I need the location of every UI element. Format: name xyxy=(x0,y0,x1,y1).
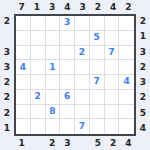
clue-bottom-7: 2 xyxy=(106,136,121,150)
clue-bottom-5 xyxy=(75,136,90,150)
clue-right-4: 2 xyxy=(136,60,150,75)
cell-r4c7[interactable] xyxy=(105,60,120,75)
cell-r7c1[interactable] xyxy=(16,105,31,120)
clue-right-7: 5 xyxy=(136,106,150,121)
clue-left-3: 3 xyxy=(0,45,14,60)
cell-r4c8[interactable] xyxy=(119,60,134,75)
cell-r7c2[interactable] xyxy=(31,105,46,120)
cell-r8c6[interactable] xyxy=(90,119,105,134)
cell-r2c6[interactable]: 5 xyxy=(90,31,105,46)
clue-left-8: 1 xyxy=(0,121,14,136)
cell-r4c2[interactable] xyxy=(31,60,46,75)
clue-bottom-4: 3 xyxy=(60,136,75,150)
cell-r7c7[interactable] xyxy=(105,105,120,120)
clue-top-7: 4 xyxy=(106,0,121,14)
clue-top-5: 3 xyxy=(75,0,90,14)
clue-top-8: 2 xyxy=(121,0,136,14)
cell-r5c3[interactable] xyxy=(46,75,61,90)
cell-r1c3[interactable] xyxy=(46,16,61,31)
cell-r3c4[interactable] xyxy=(60,46,75,61)
cell-r1c2[interactable] xyxy=(31,16,46,31)
cell-r4c6[interactable] xyxy=(90,60,105,75)
cell-r5c2[interactable] xyxy=(31,75,46,90)
clue-bottom-2 xyxy=(29,136,44,150)
cell-r3c7[interactable]: 7 xyxy=(105,46,120,61)
clue-top-3: 3 xyxy=(45,0,60,14)
cell-r6c8[interactable] xyxy=(119,90,134,105)
clue-right-2: 1 xyxy=(136,29,150,44)
cell-r2c3[interactable] xyxy=(46,31,61,46)
cell-r1c5[interactable] xyxy=(75,16,90,31)
clues-left: 2332221 xyxy=(0,14,14,136)
clue-right-1: 2 xyxy=(136,14,150,29)
clue-top-2: 1 xyxy=(29,0,44,14)
clue-bottom-3: 2 xyxy=(45,136,60,150)
cell-r5c1[interactable] xyxy=(16,75,31,90)
cell-r7c6[interactable] xyxy=(90,105,105,120)
cell-r3c6[interactable] xyxy=(90,46,105,61)
clue-right-3: 3 xyxy=(136,45,150,60)
cell-r8c2[interactable] xyxy=(31,119,46,134)
clue-top-6: 2 xyxy=(90,0,105,14)
clue-left-7: 2 xyxy=(0,106,14,121)
clue-right-5: 3 xyxy=(136,75,150,90)
cell-r2c7[interactable] xyxy=(105,31,120,46)
cell-r4c1[interactable]: 4 xyxy=(16,60,31,75)
cell-r8c1[interactable] xyxy=(16,119,31,134)
clues-bottom: 123524 xyxy=(14,136,136,150)
clue-bottom-8: 4 xyxy=(121,136,136,150)
clue-left-1: 2 xyxy=(0,14,14,29)
clue-left-6: 2 xyxy=(0,90,14,105)
cell-r3c2[interactable] xyxy=(31,46,46,61)
cell-r3c5[interactable]: 2 xyxy=(75,46,90,61)
cell-r2c1[interactable] xyxy=(16,31,31,46)
cell-r8c3[interactable] xyxy=(46,119,61,134)
cell-r5c8[interactable]: 4 xyxy=(119,75,134,90)
clue-top-4: 4 xyxy=(60,0,75,14)
cell-r4c3[interactable]: 1 xyxy=(46,60,61,75)
cell-r4c4[interactable] xyxy=(60,60,75,75)
cell-r1c1[interactable] xyxy=(16,16,31,31)
clues-right: 21323254 xyxy=(136,14,150,136)
cell-r1c6[interactable] xyxy=(90,16,105,31)
cell-r6c3[interactable] xyxy=(46,90,61,105)
clue-top-1: 7 xyxy=(14,0,29,14)
cell-r6c4[interactable]: 6 xyxy=(60,90,75,105)
cell-r6c7[interactable] xyxy=(105,90,120,105)
cell-r6c5[interactable] xyxy=(75,90,90,105)
cell-r1c8[interactable] xyxy=(119,16,134,31)
clue-right-6: 2 xyxy=(136,90,150,105)
clue-left-5: 2 xyxy=(0,75,14,90)
cell-r8c4[interactable] xyxy=(60,119,75,134)
cell-r6c6[interactable] xyxy=(90,90,105,105)
clues-top: 71343242 xyxy=(14,0,136,14)
clue-bottom-1: 1 xyxy=(14,136,29,150)
cell-r3c3[interactable] xyxy=(46,46,61,61)
skyscrapers-board: 352741742687 xyxy=(14,14,136,136)
cell-r7c4[interactable] xyxy=(60,105,75,120)
cell-r2c2[interactable] xyxy=(31,31,46,46)
cell-r7c8[interactable] xyxy=(119,105,134,120)
cell-r8c5[interactable]: 7 xyxy=(75,119,90,134)
skyscrapers-puzzle: 71343242 123524 2332221 21323254 3527417… xyxy=(0,0,150,150)
clue-left-2 xyxy=(0,29,14,44)
cell-r6c1[interactable] xyxy=(16,90,31,105)
cell-r2c4[interactable] xyxy=(60,31,75,46)
cell-r7c5[interactable] xyxy=(75,105,90,120)
cell-r5c7[interactable] xyxy=(105,75,120,90)
cell-r5c4[interactable] xyxy=(60,75,75,90)
cell-r3c1[interactable] xyxy=(16,46,31,61)
clue-left-4: 3 xyxy=(0,60,14,75)
cell-r8c8[interactable] xyxy=(119,119,134,134)
cell-r6c2[interactable]: 2 xyxy=(31,90,46,105)
cell-r1c4[interactable]: 3 xyxy=(60,16,75,31)
cell-r1c7[interactable] xyxy=(105,16,120,31)
cell-r4c5[interactable] xyxy=(75,60,90,75)
cell-r8c7[interactable] xyxy=(105,119,120,134)
clue-bottom-6: 5 xyxy=(90,136,105,150)
cell-r7c3[interactable]: 8 xyxy=(46,105,61,120)
cell-r3c8[interactable] xyxy=(119,46,134,61)
cell-r2c8[interactable] xyxy=(119,31,134,46)
cell-r2c5[interactable] xyxy=(75,31,90,46)
cell-r5c6[interactable]: 7 xyxy=(90,75,105,90)
cell-r5c5[interactable] xyxy=(75,75,90,90)
clue-right-8: 4 xyxy=(136,121,150,136)
